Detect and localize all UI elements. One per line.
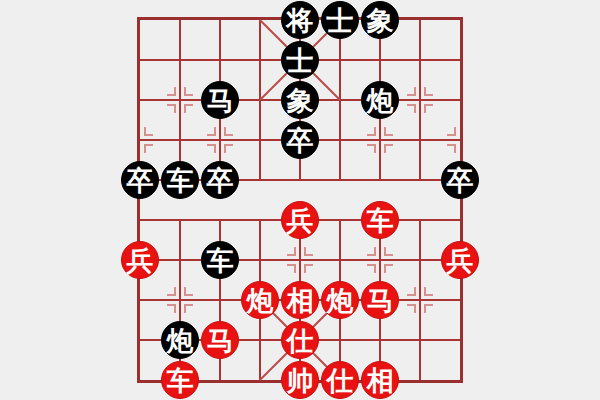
piece-red-advisor[interactable]: 仕 xyxy=(281,321,319,359)
point-marking-bracket xyxy=(367,144,376,153)
point-marking-bracket xyxy=(167,104,176,113)
piece-black-soldier[interactable]: 卒 xyxy=(441,161,479,199)
grid-vline xyxy=(419,20,421,180)
point-marking-bracket xyxy=(167,87,176,96)
piece-red-soldier[interactable]: 兵 xyxy=(121,241,159,279)
point-marking-bracket xyxy=(424,304,433,313)
point-marking-bracket xyxy=(184,287,193,296)
grid-vline xyxy=(179,20,181,180)
piece-black-elephant[interactable]: 象 xyxy=(281,81,319,119)
point-marking-bracket xyxy=(407,104,416,113)
point-marking-bracket xyxy=(184,87,193,96)
point-marking-bracket xyxy=(184,104,193,113)
point-marking-bracket xyxy=(167,287,176,296)
piece-red-cannon[interactable]: 炮 xyxy=(321,281,359,319)
piece-red-horse[interactable]: 马 xyxy=(201,321,239,359)
piece-black-soldier[interactable]: 卒 xyxy=(121,161,159,199)
xiangqi-board[interactable]: 将士象士马象炮卒卒车卒卒兵车兵车兵炮相炮马炮马仕车帅仕相 xyxy=(137,17,463,383)
point-marking-bracket xyxy=(304,264,313,273)
point-marking-bracket xyxy=(424,87,433,96)
piece-black-chariot[interactable]: 车 xyxy=(161,161,199,199)
app-canvas: 将士象士马象炮卒卒车卒卒兵车兵车兵炮相炮马炮马仕车帅仕相 xyxy=(0,0,600,400)
piece-black-cannon[interactable]: 炮 xyxy=(161,321,199,359)
piece-black-soldier[interactable]: 卒 xyxy=(281,121,319,159)
piece-red-general[interactable]: 帅 xyxy=(281,361,319,399)
piece-red-soldier[interactable]: 兵 xyxy=(281,201,319,239)
piece-black-elephant[interactable]: 象 xyxy=(361,1,399,39)
point-marking-bracket xyxy=(407,287,416,296)
piece-red-cannon[interactable]: 炮 xyxy=(241,281,279,319)
piece-red-advisor[interactable]: 仕 xyxy=(321,361,359,399)
point-marking-bracket xyxy=(207,144,216,153)
point-marking-bracket xyxy=(367,127,376,136)
piece-black-soldier[interactable]: 卒 xyxy=(201,161,239,199)
piece-black-horse[interactable]: 马 xyxy=(201,81,239,119)
point-marking-bracket xyxy=(384,144,393,153)
piece-red-elephant[interactable]: 相 xyxy=(281,281,319,319)
piece-red-elephant[interactable]: 相 xyxy=(361,361,399,399)
point-marking-bracket xyxy=(207,127,216,136)
point-marking-bracket xyxy=(447,127,456,136)
point-marking-bracket xyxy=(184,304,193,313)
piece-black-general[interactable]: 将 xyxy=(281,1,319,39)
piece-red-horse[interactable]: 马 xyxy=(361,281,399,319)
point-marking-bracket xyxy=(144,127,153,136)
point-marking-bracket xyxy=(367,264,376,273)
point-marking-bracket xyxy=(384,247,393,256)
point-marking-bracket xyxy=(304,247,313,256)
point-marking-bracket xyxy=(407,304,416,313)
point-marking-bracket xyxy=(167,304,176,313)
piece-black-chariot[interactable]: 车 xyxy=(201,241,239,279)
grid-vline xyxy=(419,220,421,380)
point-marking-bracket xyxy=(224,144,233,153)
point-marking-bracket xyxy=(367,247,376,256)
point-marking-bracket xyxy=(384,264,393,273)
piece-black-advisor[interactable]: 士 xyxy=(321,1,359,39)
point-marking-bracket xyxy=(384,127,393,136)
point-marking-bracket xyxy=(424,104,433,113)
piece-red-chariot[interactable]: 车 xyxy=(361,201,399,239)
point-marking-bracket xyxy=(144,144,153,153)
piece-black-advisor[interactable]: 士 xyxy=(281,41,319,79)
point-marking-bracket xyxy=(224,127,233,136)
point-marking-bracket xyxy=(407,87,416,96)
point-marking-bracket xyxy=(287,247,296,256)
point-marking-bracket xyxy=(447,144,456,153)
piece-red-soldier[interactable]: 兵 xyxy=(441,241,479,279)
piece-black-cannon[interactable]: 炮 xyxy=(361,81,399,119)
piece-red-chariot[interactable]: 车 xyxy=(161,361,199,399)
point-marking-bracket xyxy=(424,287,433,296)
point-marking-bracket xyxy=(287,264,296,273)
